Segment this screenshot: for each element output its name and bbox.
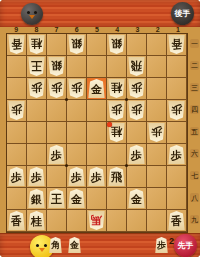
avatar-eye-icon (27, 11, 30, 14)
cell-3-2[interactable]: 飛 (127, 56, 147, 78)
cell-7-3[interactable]: 歩 (47, 78, 67, 100)
rank-label-1: 一 (190, 39, 199, 48)
cell-6-2[interactable] (67, 56, 87, 78)
piece-sente-金-68[interactable]: 金 (68, 189, 85, 208)
cell-3-5[interactable] (127, 122, 147, 144)
file-label-4: 4 (107, 26, 127, 33)
piece-gote-飛-32[interactable]: 飛 (128, 57, 145, 76)
file-label-2: 2 (148, 26, 168, 33)
cell-8-4[interactable] (27, 100, 47, 122)
cell-5-7[interactable]: 歩 (87, 166, 107, 188)
cell-3-9[interactable] (127, 210, 147, 232)
cell-8-5[interactable] (27, 122, 47, 144)
cell-5-9[interactable]: 馬 (87, 210, 107, 232)
rank-label-2: 二 (190, 61, 199, 70)
cell-9-9[interactable]: 香 (7, 210, 27, 232)
cell-1-2[interactable] (167, 56, 187, 78)
piece-gote-歩-44[interactable]: 歩 (108, 101, 125, 120)
cell-1-1[interactable]: 香 (167, 34, 187, 56)
hand-piece-歩[interactable]: 歩 (155, 237, 168, 253)
cell-6-1[interactable]: 銀 (67, 34, 87, 56)
rank-label-6: 六 (190, 149, 199, 158)
cell-1-3[interactable] (167, 78, 187, 100)
cell-6-4[interactable] (67, 100, 87, 122)
cell-2-2[interactable] (147, 56, 167, 78)
cell-2-9[interactable] (147, 210, 167, 232)
avatar-beak-icon (29, 15, 35, 19)
cell-9-8[interactable] (7, 188, 27, 210)
cell-4-9[interactable] (107, 210, 127, 232)
cell-8-6[interactable] (27, 144, 47, 166)
cell-8-1[interactable]: 桂 (27, 34, 47, 56)
avatar-eye-icon (36, 244, 39, 247)
rank-label-8: 八 (190, 193, 199, 202)
cell-2-5[interactable]: 歩 (147, 122, 167, 144)
piece-sente-金-53[interactable]: 金 (88, 79, 105, 98)
rank-labels: 一二三四五六七八九 (190, 33, 200, 231)
file-label-1: 1 (168, 26, 188, 33)
hoshi-dot-icon (125, 98, 128, 101)
top-bar: 後手 (0, 0, 200, 28)
piece-gote-銀-41[interactable]: 銀 (108, 35, 125, 54)
cell-5-3[interactable]: 金 (87, 78, 107, 100)
cell-5-8[interactable] (87, 188, 107, 210)
cell-7-4[interactable] (47, 100, 67, 122)
cell-4-2[interactable] (107, 56, 127, 78)
piece-sente-歩-57[interactable]: 歩 (88, 167, 105, 186)
cell-1-6[interactable]: 歩 (167, 144, 187, 166)
piece-gote-銀-61[interactable]: 銀 (68, 35, 85, 54)
cell-5-6[interactable] (87, 144, 107, 166)
piece-gote-歩-83[interactable]: 歩 (28, 79, 45, 98)
cell-7-5[interactable] (47, 122, 67, 144)
hoshi-dot-icon (125, 164, 128, 167)
cell-1-4[interactable]: 歩 (167, 100, 187, 122)
cell-4-8[interactable] (107, 188, 127, 210)
sente-badge: 先手 (174, 234, 197, 257)
cell-6-6[interactable] (67, 144, 87, 166)
cell-3-1[interactable] (127, 34, 147, 56)
cell-2-6[interactable] (147, 144, 167, 166)
file-label-6: 6 (67, 26, 87, 33)
cell-3-3[interactable]: 歩 (127, 78, 147, 100)
cell-8-3[interactable]: 歩 (27, 78, 47, 100)
piece-gote-歩-25[interactable]: 歩 (148, 123, 165, 142)
piece-gote-桂-81[interactable]: 桂 (28, 35, 45, 54)
piece-sente-歩-87[interactable]: 歩 (28, 167, 45, 186)
avatar-beak-icon (39, 248, 45, 252)
cell-4-7[interactable]: 飛 (107, 166, 127, 188)
cell-7-7[interactable] (47, 166, 67, 188)
cell-9-5[interactable] (7, 122, 27, 144)
piece-sente-桂-89[interactable]: 桂 (28, 211, 45, 230)
piece-gote-馬-59[interactable]: 馬 (88, 211, 105, 230)
cell-4-1[interactable]: 銀 (107, 34, 127, 56)
piece-sente-王-78[interactable]: 王 (48, 189, 65, 208)
piece-gote-桂-43[interactable]: 桂 (108, 79, 125, 98)
cell-7-2[interactable]: 銀 (47, 56, 67, 78)
cell-3-8[interactable]: 金 (127, 188, 147, 210)
piece-gote-香-91[interactable]: 香 (8, 35, 25, 54)
cell-5-4[interactable] (87, 100, 107, 122)
hoshi-dot-icon (65, 164, 68, 167)
piece-gote-歩-63[interactable]: 歩 (68, 79, 85, 98)
cell-3-6[interactable]: 歩 (127, 144, 147, 166)
cell-9-2[interactable] (7, 56, 27, 78)
gote-avatar (21, 3, 43, 25)
cell-4-4[interactable]: 歩 (107, 100, 127, 122)
piece-gote-香-11[interactable]: 香 (168, 35, 185, 54)
piece-sente-香-19[interactable]: 香 (168, 211, 185, 230)
piece-sente-歩-97[interactable]: 歩 (8, 167, 25, 186)
cell-1-5[interactable] (167, 122, 187, 144)
cell-1-8[interactable] (167, 188, 187, 210)
cell-9-6[interactable] (7, 144, 27, 166)
piece-sente-歩-67[interactable]: 歩 (68, 167, 85, 186)
move-marker-dot-icon (107, 122, 112, 127)
shogi-app: 後手 987654321 香桂銀銀香王銀飛歩歩歩金桂歩歩歩歩歩桂歩歩歩歩歩歩歩歩… (0, 0, 200, 257)
piece-gote-歩-94[interactable]: 歩 (8, 101, 25, 120)
file-label-3: 3 (127, 26, 147, 33)
sente-hand-tray: 角金歩2 (46, 236, 186, 256)
cell-2-7[interactable] (147, 166, 167, 188)
piece-sente-銀-88[interactable]: 銀 (28, 189, 45, 208)
cell-3-4[interactable]: 歩 (127, 100, 147, 122)
piece-gote-銀-72[interactable]: 銀 (48, 57, 65, 76)
cell-4-5[interactable]: 桂 (107, 122, 127, 144)
cell-6-8[interactable]: 金 (67, 188, 87, 210)
cell-7-8[interactable]: 王 (47, 188, 67, 210)
piece-gote-王-82[interactable]: 王 (28, 57, 45, 76)
file-label-9: 9 (6, 26, 26, 33)
cell-2-3[interactable] (147, 78, 167, 100)
cell-8-7[interactable]: 歩 (27, 166, 47, 188)
piece-sente-歩-76[interactable]: 歩 (48, 145, 65, 164)
cell-9-7[interactable]: 歩 (7, 166, 27, 188)
file-label-5: 5 (87, 26, 107, 33)
cell-9-4[interactable]: 歩 (7, 100, 27, 122)
cell-8-9[interactable]: 桂 (27, 210, 47, 232)
cell-7-6[interactable]: 歩 (47, 144, 67, 166)
gote-hand-tray (48, 3, 158, 23)
hand-piece-金[interactable]: 金 (68, 237, 81, 253)
board-grid: 香桂銀銀香王銀飛歩歩歩金桂歩歩歩歩歩桂歩歩歩歩歩歩歩歩飛銀王金金香桂馬香 (6, 33, 188, 233)
board-panel: 987654321 香桂銀銀香王銀飛歩歩歩金桂歩歩歩歩歩桂歩歩歩歩歩歩歩歩飛銀王… (0, 27, 200, 233)
cell-7-1[interactable] (47, 34, 67, 56)
cell-1-9[interactable]: 香 (167, 210, 187, 232)
cell-2-1[interactable] (147, 34, 167, 56)
piece-gote-歩-14[interactable]: 歩 (168, 101, 185, 120)
cell-5-5[interactable] (87, 122, 107, 144)
piece-gote-歩-73[interactable]: 歩 (48, 79, 65, 98)
piece-gote-歩-34[interactable]: 歩 (128, 101, 145, 120)
piece-sente-香-99[interactable]: 香 (8, 211, 25, 230)
piece-sente-金-38[interactable]: 金 (128, 189, 145, 208)
cell-9-3[interactable] (7, 78, 27, 100)
cell-3-7[interactable] (127, 166, 147, 188)
piece-sente-飛-47[interactable]: 飛 (108, 167, 125, 186)
cell-5-2[interactable] (87, 56, 107, 78)
rank-label-4: 四 (190, 105, 199, 114)
piece-gote-歩-33[interactable]: 歩 (128, 79, 145, 98)
cell-6-5[interactable] (67, 122, 87, 144)
rank-label-7: 七 (190, 171, 199, 180)
cell-2-8[interactable] (147, 188, 167, 210)
file-label-7: 7 (46, 26, 66, 33)
cell-2-4[interactable] (147, 100, 167, 122)
hoshi-dot-icon (65, 98, 68, 101)
cell-7-9[interactable] (47, 210, 67, 232)
cell-4-3[interactable]: 桂 (107, 78, 127, 100)
cell-8-2[interactable]: 王 (27, 56, 47, 78)
cell-6-3[interactable]: 歩 (67, 78, 87, 100)
hand-piece-角[interactable]: 角 (49, 237, 62, 253)
piece-sente-歩-16[interactable]: 歩 (168, 145, 185, 164)
cell-6-9[interactable] (67, 210, 87, 232)
cell-1-7[interactable] (167, 166, 187, 188)
cell-4-6[interactable] (107, 144, 127, 166)
rank-label-9: 九 (190, 215, 199, 224)
rank-label-5: 五 (190, 127, 199, 136)
avatar-eye-icon (34, 11, 37, 14)
file-label-8: 8 (26, 26, 46, 33)
gote-badge: 後手 (171, 2, 194, 25)
cell-8-8[interactable]: 銀 (27, 188, 47, 210)
cell-9-1[interactable]: 香 (7, 34, 27, 56)
rank-label-3: 三 (190, 83, 199, 92)
cell-6-7[interactable]: 歩 (67, 166, 87, 188)
file-labels: 987654321 (6, 26, 188, 33)
cell-5-1[interactable] (87, 34, 107, 56)
piece-sente-歩-36[interactable]: 歩 (128, 145, 145, 164)
